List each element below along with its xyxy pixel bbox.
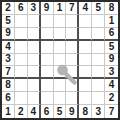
cell-r4c5[interactable]	[54, 41, 67, 54]
cell-r8c1: 6	[2, 92, 15, 105]
cell-r4c2[interactable]	[15, 41, 28, 54]
cell-r7c5[interactable]	[54, 79, 67, 92]
cell-r9c4: 6	[41, 105, 54, 118]
cell-r5c4[interactable]	[41, 54, 54, 67]
cell-r1c8: 5	[92, 2, 105, 15]
cell-r9c3: 4	[28, 105, 41, 118]
cell-r1c7: 4	[79, 2, 92, 15]
cell-r5c3[interactable]	[28, 54, 41, 67]
cell-r8c8[interactable]	[92, 92, 105, 105]
cell-r2c8[interactable]	[92, 15, 105, 28]
cell-r8c5[interactable]	[54, 92, 67, 105]
cell-r3c5[interactable]	[54, 28, 67, 41]
cell-r8c4[interactable]	[41, 92, 54, 105]
cell-r1c1: 2	[2, 2, 15, 15]
cell-r6c9: 3	[105, 66, 118, 79]
cell-r9c9: 7	[105, 105, 118, 118]
cell-r9c1: 1	[2, 105, 15, 118]
cell-r1c3: 3	[28, 2, 41, 15]
cell-r5c1: 3	[2, 54, 15, 67]
cell-r3c8[interactable]	[92, 28, 105, 41]
cell-r5c5[interactable]	[54, 54, 67, 67]
cell-r9c8: 3	[92, 105, 105, 118]
cell-r7c3[interactable]	[28, 79, 41, 92]
cell-r7c7[interactable]	[79, 79, 92, 92]
cell-r5c8[interactable]	[92, 54, 105, 67]
cell-r3c6[interactable]	[66, 28, 79, 41]
cell-r5c2[interactable]	[15, 54, 28, 67]
cell-r9c5: 5	[54, 105, 67, 118]
cell-r2c6[interactable]	[66, 15, 79, 28]
cell-r6c3[interactable]	[28, 66, 41, 79]
cell-r4c1: 4	[2, 41, 15, 54]
cell-r5c9: 9	[105, 54, 118, 67]
cell-r7c1: 8	[2, 79, 15, 92]
cell-r5c7[interactable]	[79, 54, 92, 67]
cell-r7c8[interactable]	[92, 79, 105, 92]
sudoku-grid: 26391745851964539738462124659837	[2, 2, 118, 118]
cell-r2c9: 1	[105, 15, 118, 28]
cell-r4c3[interactable]	[28, 41, 41, 54]
cell-r4c8[interactable]	[92, 41, 105, 54]
cell-r8c6[interactable]	[66, 92, 79, 105]
cell-r4c6[interactable]	[66, 41, 79, 54]
cell-r8c2[interactable]	[15, 92, 28, 105]
cell-r6c1: 7	[2, 66, 15, 79]
cell-r6c7[interactable]	[79, 66, 92, 79]
cell-r2c1: 5	[2, 15, 15, 28]
cell-r4c9: 5	[105, 41, 118, 54]
cell-r2c5[interactable]	[54, 15, 67, 28]
cell-r9c7: 8	[79, 105, 92, 118]
cell-r8c9: 2	[105, 92, 118, 105]
cell-r6c5[interactable]	[54, 66, 67, 79]
cell-r7c4[interactable]	[41, 79, 54, 92]
cell-r4c4[interactable]	[41, 41, 54, 54]
cell-r1c6: 7	[66, 2, 79, 15]
cell-r5c6[interactable]	[66, 54, 79, 67]
cell-r6c2[interactable]	[15, 66, 28, 79]
cell-r3c2[interactable]	[15, 28, 28, 41]
sudoku-board[interactable]: 26391745851964539738462124659837	[0, 0, 120, 120]
cell-r2c3[interactable]	[28, 15, 41, 28]
cell-r7c2[interactable]	[15, 79, 28, 92]
cell-r3c1: 9	[2, 28, 15, 41]
cell-r3c7[interactable]	[79, 28, 92, 41]
cell-r6c4[interactable]	[41, 66, 54, 79]
cell-r2c2[interactable]	[15, 15, 28, 28]
cell-r3c4[interactable]	[41, 28, 54, 41]
cell-r7c6[interactable]	[66, 79, 79, 92]
cell-r9c2: 2	[15, 105, 28, 118]
cell-r6c6[interactable]	[66, 66, 79, 79]
cell-r3c3[interactable]	[28, 28, 41, 41]
cell-r8c3[interactable]	[28, 92, 41, 105]
cell-r6c8[interactable]	[92, 66, 105, 79]
cell-r3c9: 6	[105, 28, 118, 41]
cell-r8c7[interactable]	[79, 92, 92, 105]
cell-r2c7[interactable]	[79, 15, 92, 28]
cell-r1c5: 1	[54, 2, 67, 15]
cell-r4c7[interactable]	[79, 41, 92, 54]
cell-r1c9: 8	[105, 2, 118, 15]
cell-r7c9: 4	[105, 79, 118, 92]
cell-r1c4: 9	[41, 2, 54, 15]
cell-r1c2: 6	[15, 2, 28, 15]
cell-r9c6: 9	[66, 105, 79, 118]
cell-r2c4[interactable]	[41, 15, 54, 28]
